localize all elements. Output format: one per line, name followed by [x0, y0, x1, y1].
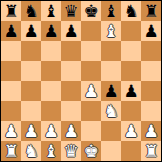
- square-d4[interactable]: [61, 81, 81, 101]
- black-pawn-icon[interactable]: ♟: [143, 21, 158, 41]
- square-d8[interactable]: ♛: [61, 1, 81, 21]
- square-c1[interactable]: ♝: [41, 141, 61, 161]
- square-f2[interactable]: [101, 121, 121, 141]
- square-e2[interactable]: [81, 121, 101, 141]
- square-a5[interactable]: [1, 61, 21, 81]
- square-d2[interactable]: ♟: [61, 121, 81, 141]
- white-pawn-icon[interactable]: ♟: [83, 81, 98, 101]
- white-pawn-icon[interactable]: ♟: [63, 121, 78, 141]
- square-b5[interactable]: [21, 61, 41, 81]
- black-knight-icon[interactable]: ♞: [123, 1, 138, 21]
- square-g1[interactable]: [121, 141, 141, 161]
- square-c6[interactable]: [41, 41, 61, 61]
- white-bishop-icon[interactable]: ♝: [103, 21, 118, 41]
- white-rook-icon[interactable]: ♜: [143, 141, 158, 161]
- square-h3[interactable]: [141, 101, 161, 121]
- white-rook-icon[interactable]: ♜: [3, 141, 18, 161]
- square-a2[interactable]: ♟: [1, 121, 21, 141]
- square-e6[interactable]: [81, 41, 101, 61]
- white-bishop-icon[interactable]: ♝: [43, 141, 58, 161]
- square-d6[interactable]: [61, 41, 81, 61]
- square-g4[interactable]: ♟: [121, 81, 141, 101]
- square-d3[interactable]: [61, 101, 81, 121]
- square-h4[interactable]: [141, 81, 161, 101]
- black-knight-icon[interactable]: ♞: [23, 1, 38, 21]
- square-f8[interactable]: ♝: [101, 1, 121, 21]
- white-pawn-icon[interactable]: ♟: [23, 121, 38, 141]
- square-g6[interactable]: [121, 41, 141, 61]
- white-pawn-icon[interactable]: ♟: [3, 121, 18, 141]
- square-e8[interactable]: ♚: [81, 1, 101, 21]
- square-d1[interactable]: ♛: [61, 141, 81, 161]
- square-g2[interactable]: ♟: [121, 121, 141, 141]
- square-c2[interactable]: ♟: [41, 121, 61, 141]
- white-pawn-icon[interactable]: ♟: [143, 121, 158, 141]
- black-pawn-icon[interactable]: ♟: [23, 21, 38, 41]
- chess-board: ♜♞♝♛♚♝♞♜♟♟♟♟♝♟♟♟♟♞♟♟♟♟♟♟♜♞♝♛♚♜: [0, 0, 162, 162]
- white-pawn-icon[interactable]: ♟: [43, 121, 58, 141]
- black-pawn-icon[interactable]: ♟: [3, 21, 18, 41]
- square-d5[interactable]: [61, 61, 81, 81]
- square-h6[interactable]: [141, 41, 161, 61]
- white-king-icon[interactable]: ♚: [83, 141, 98, 161]
- square-c5[interactable]: [41, 61, 61, 81]
- square-f3[interactable]: ♞: [101, 101, 121, 121]
- black-pawn-icon[interactable]: ♟: [43, 21, 58, 41]
- square-g7[interactable]: [121, 21, 141, 41]
- black-bishop-icon[interactable]: ♝: [43, 1, 58, 21]
- square-f1[interactable]: [101, 141, 121, 161]
- square-a8[interactable]: ♜: [1, 1, 21, 21]
- square-c3[interactable]: [41, 101, 61, 121]
- square-b6[interactable]: [21, 41, 41, 61]
- square-f5[interactable]: [101, 61, 121, 81]
- black-queen-icon[interactable]: ♛: [63, 1, 78, 21]
- black-pawn-icon[interactable]: ♟: [63, 21, 78, 41]
- square-a4[interactable]: [1, 81, 21, 101]
- square-b7[interactable]: ♟: [21, 21, 41, 41]
- square-b4[interactable]: [21, 81, 41, 101]
- square-h1[interactable]: ♜: [141, 141, 161, 161]
- square-e4[interactable]: ♟: [81, 81, 101, 101]
- square-h5[interactable]: [141, 61, 161, 81]
- black-rook-icon[interactable]: ♜: [3, 1, 18, 21]
- square-f4[interactable]: ♟: [101, 81, 121, 101]
- square-a7[interactable]: ♟: [1, 21, 21, 41]
- black-rook-icon[interactable]: ♜: [143, 1, 158, 21]
- white-knight-icon[interactable]: ♞: [103, 101, 118, 121]
- black-bishop-icon[interactable]: ♝: [103, 1, 118, 21]
- square-f7[interactable]: ♝: [101, 21, 121, 41]
- square-b8[interactable]: ♞: [21, 1, 41, 21]
- square-h2[interactable]: ♟: [141, 121, 161, 141]
- square-c7[interactable]: ♟: [41, 21, 61, 41]
- square-c4[interactable]: [41, 81, 61, 101]
- square-b1[interactable]: ♞: [21, 141, 41, 161]
- square-g3[interactable]: [121, 101, 141, 121]
- square-h8[interactable]: ♜: [141, 1, 161, 21]
- square-e7[interactable]: [81, 21, 101, 41]
- black-pawn-icon[interactable]: ♟: [103, 81, 118, 101]
- square-d7[interactable]: ♟: [61, 21, 81, 41]
- square-a6[interactable]: [1, 41, 21, 61]
- square-a1[interactable]: ♜: [1, 141, 21, 161]
- black-king-icon[interactable]: ♚: [83, 1, 98, 21]
- square-g5[interactable]: [121, 61, 141, 81]
- square-b3[interactable]: [21, 101, 41, 121]
- square-h7[interactable]: ♟: [141, 21, 161, 41]
- square-a3[interactable]: [1, 101, 21, 121]
- square-f6[interactable]: [101, 41, 121, 61]
- square-e5[interactable]: [81, 61, 101, 81]
- square-b2[interactable]: ♟: [21, 121, 41, 141]
- square-c8[interactable]: ♝: [41, 1, 61, 21]
- square-e3[interactable]: [81, 101, 101, 121]
- white-queen-icon[interactable]: ♛: [63, 141, 78, 161]
- square-g8[interactable]: ♞: [121, 1, 141, 21]
- white-pawn-icon[interactable]: ♟: [123, 121, 138, 141]
- white-knight-icon[interactable]: ♞: [23, 141, 38, 161]
- black-pawn-icon[interactable]: ♟: [123, 81, 138, 101]
- square-e1[interactable]: ♚: [81, 141, 101, 161]
